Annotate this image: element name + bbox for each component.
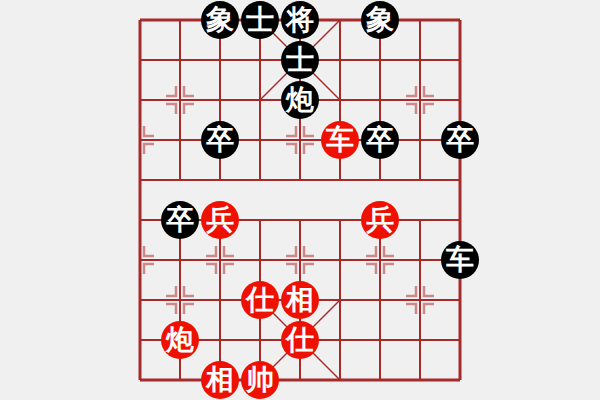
xiangqi-screenshot: 象士将象士炮卒车卒卒卒兵兵车仕相仕炮相帅 <box>0 0 600 400</box>
xiangqi-board: 象士将象士炮卒车卒卒卒兵兵车仕相仕炮相帅 <box>120 0 480 400</box>
board-point: 炮 <box>160 320 200 360</box>
board-point: 相 <box>280 280 320 320</box>
board-point: 士 <box>240 0 280 40</box>
board-point: 车 <box>440 240 480 280</box>
board-point: 卒 <box>360 120 400 160</box>
piece-red-advisor[interactable]: 仕 <box>281 321 319 359</box>
board-point: 帅 <box>240 360 280 400</box>
board-point: 士 <box>280 40 320 80</box>
piece-black-chariot[interactable]: 车 <box>441 241 479 279</box>
piece-red-chariot[interactable]: 车 <box>321 121 359 159</box>
piece-black-cannon[interactable]: 炮 <box>281 81 319 119</box>
board-point: 卒 <box>160 200 200 240</box>
piece-black-elephant[interactable]: 象 <box>201 1 239 39</box>
piece-black-advisor[interactable]: 士 <box>281 41 319 79</box>
board-point: 车 <box>320 120 360 160</box>
piece-red-pawn[interactable]: 兵 <box>361 201 399 239</box>
piece-black-soldier[interactable]: 卒 <box>441 121 479 159</box>
piece-red-elephant[interactable]: 相 <box>201 361 239 399</box>
piece-red-cannon[interactable]: 炮 <box>161 321 199 359</box>
board-point: 炮 <box>280 80 320 120</box>
piece-red-general[interactable]: 帅 <box>241 361 279 399</box>
piece-black-soldier[interactable]: 卒 <box>201 121 239 159</box>
board-point: 象 <box>200 0 240 40</box>
board-point: 相 <box>200 360 240 400</box>
board-point: 兵 <box>360 200 400 240</box>
board-point: 将 <box>280 0 320 40</box>
board-point: 象 <box>360 0 400 40</box>
board-point: 仕 <box>280 320 320 360</box>
board-point: 卒 <box>200 120 240 160</box>
piece-red-elephant[interactable]: 相 <box>281 281 319 319</box>
piece-black-elephant[interactable]: 象 <box>361 1 399 39</box>
piece-red-pawn[interactable]: 兵 <box>201 201 239 239</box>
piece-red-advisor[interactable]: 仕 <box>241 281 279 319</box>
board-point: 兵 <box>200 200 240 240</box>
piece-black-general[interactable]: 将 <box>281 1 319 39</box>
board-point: 仕 <box>240 280 280 320</box>
piece-black-soldier[interactable]: 卒 <box>161 201 199 239</box>
piece-black-soldier[interactable]: 卒 <box>361 121 399 159</box>
piece-black-advisor[interactable]: 士 <box>241 1 279 39</box>
board-points-grid: 象士将象士炮卒车卒卒卒兵兵车仕相仕炮相帅 <box>120 0 480 400</box>
board-point: 卒 <box>440 120 480 160</box>
